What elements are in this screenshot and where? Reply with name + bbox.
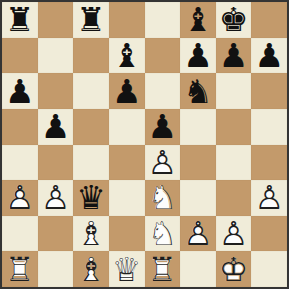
king-outline-glyph: ♔ <box>216 251 252 287</box>
white-knight: ♞♘ <box>145 216 181 252</box>
rook-outline-glyph: ♖ <box>2 251 38 287</box>
square-c4[interactable] <box>73 145 109 181</box>
black-pawn: ♟ <box>38 109 74 145</box>
bishop-outline-glyph: ♗ <box>73 251 109 287</box>
black-knight: ♞ <box>180 73 216 109</box>
square-h8[interactable] <box>251 2 287 38</box>
square-e5[interactable]: ♟ <box>145 109 181 145</box>
rook-glyph: ♜ <box>2 2 38 38</box>
square-f4[interactable] <box>180 145 216 181</box>
square-f8[interactable]: ♝ <box>180 2 216 38</box>
square-h5[interactable] <box>251 109 287 145</box>
white-king: ♚♔ <box>216 251 252 287</box>
square-h1[interactable] <box>251 251 287 287</box>
king-glyph: ♚ <box>216 2 252 38</box>
square-c3[interactable]: ♛ <box>73 180 109 216</box>
pawn-outline-glyph: ♙ <box>251 180 287 216</box>
pawn-outline-glyph: ♙ <box>38 180 74 216</box>
square-b5[interactable]: ♟ <box>38 109 74 145</box>
square-a2[interactable] <box>2 216 38 252</box>
white-rook: ♜♖ <box>145 251 181 287</box>
square-b1[interactable] <box>38 251 74 287</box>
white-queen: ♛♕ <box>109 251 145 287</box>
white-pawn: ♟♙ <box>216 216 252 252</box>
square-g8[interactable]: ♚ <box>216 2 252 38</box>
square-b6[interactable] <box>38 73 74 109</box>
square-a5[interactable] <box>2 109 38 145</box>
bishop-glyph: ♝ <box>180 2 216 38</box>
square-a6[interactable]: ♟ <box>2 73 38 109</box>
pawn-outline-glyph: ♙ <box>216 216 252 252</box>
pawn-outline-glyph: ♙ <box>180 216 216 252</box>
white-pawn: ♟♙ <box>38 180 74 216</box>
white-pawn: ♟♙ <box>180 216 216 252</box>
square-h4[interactable] <box>251 145 287 181</box>
pawn-glyph: ♟ <box>145 109 181 145</box>
square-h3[interactable]: ♟♙ <box>251 180 287 216</box>
pawn-outline-glyph: ♙ <box>2 180 38 216</box>
white-knight: ♞♘ <box>145 180 181 216</box>
square-c6[interactable] <box>73 73 109 109</box>
square-f5[interactable] <box>180 109 216 145</box>
bishop-glyph: ♝ <box>109 38 145 74</box>
square-f1[interactable] <box>180 251 216 287</box>
chess-board: ♜♜♝♚♝♟♟♟♟♟♞♟♟♟♙♟♙♟♙♛♞♘♟♙♝♗♞♘♟♙♟♙♜♖♝♗♛♕♜♖… <box>0 0 289 289</box>
square-g1[interactable]: ♚♔ <box>216 251 252 287</box>
white-pawn: ♟♙ <box>251 180 287 216</box>
square-e8[interactable] <box>145 2 181 38</box>
square-a8[interactable]: ♜ <box>2 2 38 38</box>
queen-outline-glyph: ♕ <box>109 251 145 287</box>
square-c2[interactable]: ♝♗ <box>73 216 109 252</box>
square-e7[interactable] <box>145 38 181 74</box>
square-g6[interactable] <box>216 73 252 109</box>
square-a3[interactable]: ♟♙ <box>2 180 38 216</box>
pawn-glyph: ♟ <box>180 38 216 74</box>
square-b4[interactable] <box>38 145 74 181</box>
square-b3[interactable]: ♟♙ <box>38 180 74 216</box>
square-d3[interactable] <box>109 180 145 216</box>
black-pawn: ♟ <box>180 38 216 74</box>
square-d2[interactable] <box>109 216 145 252</box>
square-b8[interactable] <box>38 2 74 38</box>
square-d5[interactable] <box>109 109 145 145</box>
pawn-outline-glyph: ♙ <box>145 145 181 181</box>
black-pawn: ♟ <box>2 73 38 109</box>
square-h6[interactable] <box>251 73 287 109</box>
knight-outline-glyph: ♘ <box>145 216 181 252</box>
chess-board-wrap: ♜♜♝♚♝♟♟♟♟♟♞♟♟♟♙♟♙♟♙♛♞♘♟♙♝♗♞♘♟♙♟♙♜♖♝♗♛♕♜♖… <box>0 0 289 289</box>
pawn-glyph: ♟ <box>109 73 145 109</box>
black-bishop: ♝ <box>109 38 145 74</box>
black-pawn: ♟ <box>251 38 287 74</box>
square-e6[interactable] <box>145 73 181 109</box>
square-c5[interactable] <box>73 109 109 145</box>
square-h2[interactable] <box>251 216 287 252</box>
square-d1[interactable]: ♛♕ <box>109 251 145 287</box>
square-e4[interactable]: ♟♙ <box>145 145 181 181</box>
square-c1[interactable]: ♝♗ <box>73 251 109 287</box>
rook-glyph: ♜ <box>73 2 109 38</box>
square-g3[interactable] <box>216 180 252 216</box>
square-d4[interactable] <box>109 145 145 181</box>
square-c8[interactable]: ♜ <box>73 2 109 38</box>
square-d8[interactable] <box>109 2 145 38</box>
square-d7[interactable]: ♝ <box>109 38 145 74</box>
square-c7[interactable] <box>73 38 109 74</box>
black-rook: ♜ <box>73 2 109 38</box>
square-h7[interactable]: ♟ <box>251 38 287 74</box>
square-g4[interactable] <box>216 145 252 181</box>
square-g7[interactable]: ♟ <box>216 38 252 74</box>
square-f6[interactable]: ♞ <box>180 73 216 109</box>
rook-outline-glyph: ♖ <box>145 251 181 287</box>
black-bishop: ♝ <box>180 2 216 38</box>
square-g5[interactable] <box>216 109 252 145</box>
square-f7[interactable]: ♟ <box>180 38 216 74</box>
square-d6[interactable]: ♟ <box>109 73 145 109</box>
square-b2[interactable] <box>38 216 74 252</box>
queen-glyph: ♛ <box>73 180 109 216</box>
white-pawn: ♟♙ <box>2 180 38 216</box>
black-queen: ♛ <box>73 180 109 216</box>
square-e1[interactable]: ♜♖ <box>145 251 181 287</box>
knight-glyph: ♞ <box>180 73 216 109</box>
pawn-glyph: ♟ <box>2 73 38 109</box>
black-king: ♚ <box>216 2 252 38</box>
square-b7[interactable] <box>38 38 74 74</box>
white-bishop: ♝♗ <box>73 216 109 252</box>
square-e3[interactable]: ♞♘ <box>145 180 181 216</box>
pawn-glyph: ♟ <box>38 109 74 145</box>
pawn-glyph: ♟ <box>216 38 252 74</box>
pawn-glyph: ♟ <box>251 38 287 74</box>
white-pawn: ♟♙ <box>145 145 181 181</box>
black-pawn: ♟ <box>109 73 145 109</box>
black-pawn: ♟ <box>216 38 252 74</box>
square-a7[interactable] <box>2 38 38 74</box>
square-f3[interactable] <box>180 180 216 216</box>
square-a4[interactable] <box>2 145 38 181</box>
white-bishop: ♝♗ <box>73 251 109 287</box>
square-a1[interactable]: ♜♖ <box>2 251 38 287</box>
black-pawn: ♟ <box>145 109 181 145</box>
white-rook: ♜♖ <box>2 251 38 287</box>
knight-outline-glyph: ♘ <box>145 180 181 216</box>
black-rook: ♜ <box>2 2 38 38</box>
square-e2[interactable]: ♞♘ <box>145 216 181 252</box>
bishop-outline-glyph: ♗ <box>73 216 109 252</box>
square-f2[interactable]: ♟♙ <box>180 216 216 252</box>
square-g2[interactable]: ♟♙ <box>216 216 252 252</box>
